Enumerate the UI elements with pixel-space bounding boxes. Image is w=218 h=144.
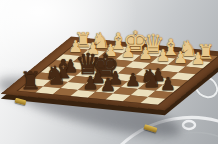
chess-set-photo: ♜♞♝♛♚♝♞♜♟♟♟♟♟♟♟♟♜♞♟♟♟♞♟♟♟♝♟♚♛♟ xyxy=(0,0,218,144)
